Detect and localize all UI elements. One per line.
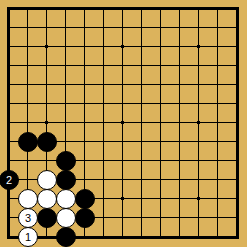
stone-black (56, 151, 76, 171)
stone-black (56, 227, 76, 247)
stone-white (56, 189, 76, 209)
stone-black (75, 189, 95, 209)
go-board: 231 (0, 0, 247, 247)
stone-white-move-1: 1 (18, 227, 38, 247)
stone-black (75, 208, 95, 228)
stone-black (56, 170, 76, 190)
stone-white (18, 189, 38, 209)
stone-white (37, 170, 57, 190)
stone-black (37, 132, 57, 152)
stone-black-move-2: 2 (0, 170, 19, 190)
stone-white-move-3: 3 (18, 208, 38, 228)
stone-black (37, 208, 57, 228)
stones-layer: 231 (0, 0, 246, 246)
stone-black (18, 132, 38, 152)
stone-white (56, 208, 76, 228)
stone-white (37, 189, 57, 209)
